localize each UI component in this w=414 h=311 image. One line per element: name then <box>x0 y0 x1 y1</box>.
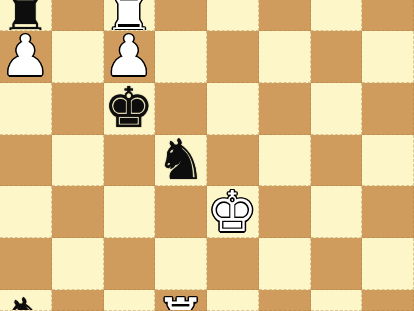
board-square-e8[interactable] <box>207 0 259 31</box>
board-square-g5[interactable] <box>311 135 363 187</box>
board-square-a6[interactable] <box>0 83 52 135</box>
chess-board: ♜♜♟♟♚♞♚♞♜ <box>0 0 414 311</box>
board-square-a3[interactable] <box>0 238 52 290</box>
board-square-g2[interactable] <box>311 290 363 311</box>
board-square-e7[interactable] <box>207 31 259 83</box>
board-square-b8[interactable] <box>52 0 104 31</box>
board-square-d4[interactable] <box>155 186 207 238</box>
board-square-a7[interactable]: ♟ <box>0 31 52 83</box>
board-square-f6[interactable] <box>259 83 311 135</box>
board-square-d3[interactable] <box>155 238 207 290</box>
board-square-e2[interactable] <box>207 290 259 311</box>
board-square-h3[interactable] <box>362 238 414 290</box>
board-square-g8[interactable] <box>311 0 363 31</box>
board-square-e3[interactable] <box>207 238 259 290</box>
board-square-d7[interactable] <box>155 31 207 83</box>
board-square-g7[interactable] <box>311 31 363 83</box>
board-square-c3[interactable] <box>104 238 156 290</box>
white-pawn-piece[interactable]: ♟ <box>0 31 50 82</box>
board-square-h2[interactable] <box>362 290 414 311</box>
board-square-f5[interactable] <box>259 135 311 187</box>
board-square-a4[interactable] <box>0 186 52 238</box>
board-square-c6[interactable]: ♚ <box>104 83 156 135</box>
board-square-f2[interactable] <box>259 290 311 311</box>
board-square-h4[interactable] <box>362 186 414 238</box>
white-king-piece[interactable]: ♚ <box>207 186 257 237</box>
board-square-c8[interactable]: ♜ <box>104 0 156 31</box>
board-square-a8[interactable]: ♜ <box>0 0 52 31</box>
board-square-b5[interactable] <box>52 135 104 187</box>
board-square-f8[interactable] <box>259 0 311 31</box>
board-square-e4[interactable]: ♚ <box>207 186 259 238</box>
black-king-piece[interactable]: ♚ <box>104 83 154 134</box>
board-square-c2[interactable] <box>104 290 156 311</box>
board-square-b7[interactable] <box>52 31 104 83</box>
board-square-d8[interactable] <box>155 0 207 31</box>
board-square-b4[interactable] <box>52 186 104 238</box>
black-knight-piece[interactable]: ♞ <box>0 293 50 311</box>
board-square-b6[interactable] <box>52 83 104 135</box>
board-square-e6[interactable] <box>207 83 259 135</box>
board-square-b2[interactable] <box>52 290 104 311</box>
board-square-e5[interactable] <box>207 135 259 187</box>
chess-board-viewport: ♜♜♟♟♚♞♚♞♜ <box>0 0 414 311</box>
board-square-d5[interactable]: ♞ <box>155 135 207 187</box>
board-square-h7[interactable] <box>362 31 414 83</box>
board-square-h8[interactable] <box>362 0 414 31</box>
black-knight-piece[interactable]: ♞ <box>156 135 206 186</box>
board-square-c4[interactable] <box>104 186 156 238</box>
board-square-a5[interactable] <box>0 135 52 187</box>
board-square-f7[interactable] <box>259 31 311 83</box>
white-rook-piece[interactable]: ♜ <box>104 0 154 31</box>
board-square-d6[interactable] <box>155 83 207 135</box>
board-square-c5[interactable] <box>104 135 156 187</box>
board-square-b3[interactable] <box>52 238 104 290</box>
board-square-f3[interactable] <box>259 238 311 290</box>
board-square-a2[interactable]: ♞ <box>0 290 52 311</box>
board-square-c7[interactable]: ♟ <box>104 31 156 83</box>
white-pawn-piece[interactable]: ♟ <box>104 31 154 82</box>
board-square-g3[interactable] <box>311 238 363 290</box>
black-rook-piece[interactable]: ♜ <box>0 0 50 31</box>
white-rook-piece[interactable]: ♜ <box>156 293 206 311</box>
board-square-d2[interactable]: ♜ <box>155 290 207 311</box>
board-square-g4[interactable] <box>311 186 363 238</box>
board-square-f4[interactable] <box>259 186 311 238</box>
board-square-h6[interactable] <box>362 83 414 135</box>
board-square-g6[interactable] <box>311 83 363 135</box>
board-square-h5[interactable] <box>362 135 414 187</box>
